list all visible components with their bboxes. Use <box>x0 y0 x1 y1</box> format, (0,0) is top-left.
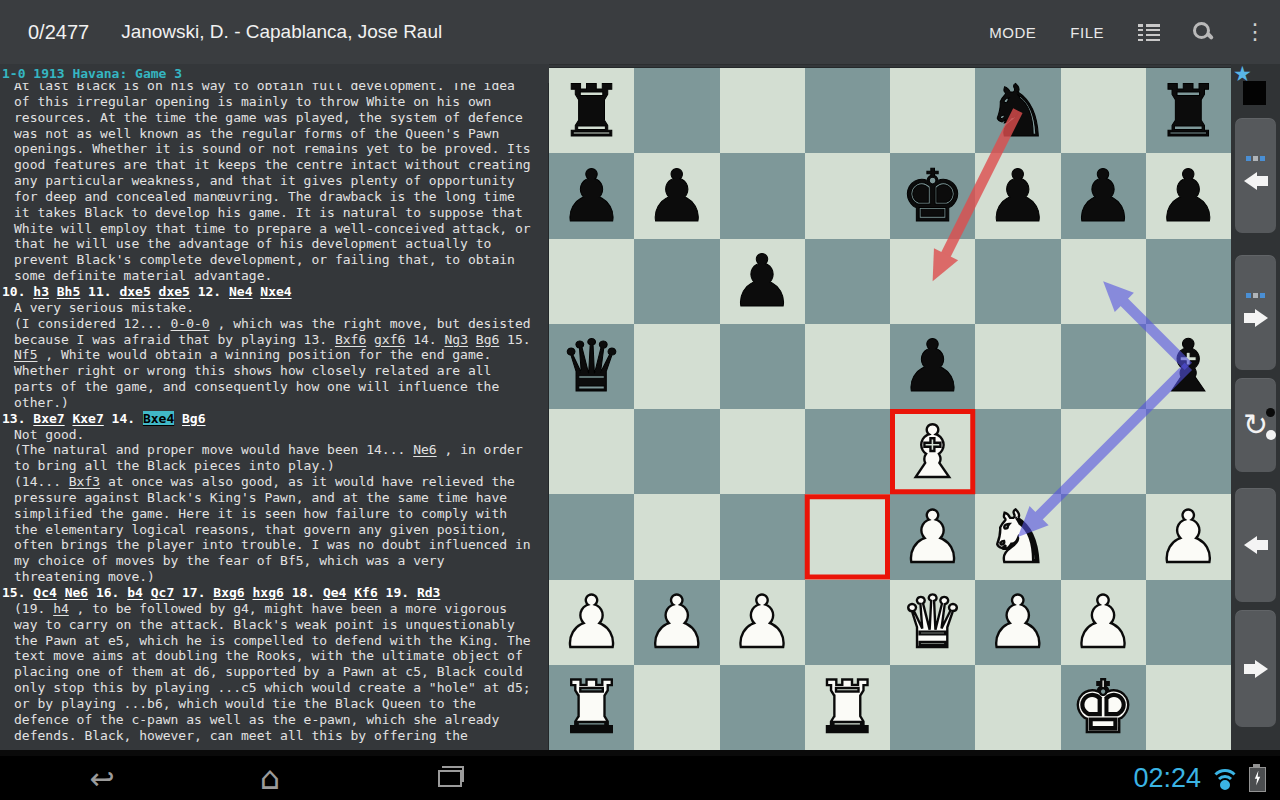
square-c4[interactable] <box>720 409 805 494</box>
text-segment: of this irregular opening is mainly to t… <box>14 94 491 109</box>
text-segment <box>174 411 182 426</box>
move-token[interactable]: Bxg6 <box>213 585 244 600</box>
square-c2[interactable]: ♟ <box>720 580 805 665</box>
black-pawn-a7[interactable]: ♟ <box>559 160 624 232</box>
text-segment: some definite material advantage. <box>14 268 272 283</box>
square-e2[interactable]: ♛ <box>890 580 975 665</box>
black-pawn-g7[interactable]: ♟ <box>1071 160 1136 232</box>
white-pawn-h3[interactable]: ♟ <box>1156 501 1221 573</box>
comment-line: my choice of moves by the fear of Bf5, w… <box>0 553 549 569</box>
square-b5[interactable] <box>634 324 719 409</box>
black-pawn-h7[interactable]: ♟ <box>1156 160 1221 232</box>
text-segment: was not as well known as the regular for… <box>14 126 499 141</box>
text-segment: 11. <box>80 284 119 299</box>
text-segment: resources. At the time the game was play… <box>14 110 523 125</box>
text-segment: (The natural and proper move would have … <box>14 442 413 457</box>
comment-line: threatening move.) <box>0 569 549 585</box>
game-header: 1-0 1913 Havana: Game 3 <box>0 64 549 83</box>
white-knight-f3[interactable]: ♞ <box>986 501 1051 573</box>
move-line[interactable]: 10. h3 Bh5 11. dxe5 dxe5 12. Ne4 Nxe4 <box>0 284 549 300</box>
move-token[interactable]: b4 <box>127 585 143 600</box>
move-token[interactable]: hxg6 <box>253 585 284 600</box>
text-segment: , White would obtain a winning position … <box>37 347 491 362</box>
move-token[interactable]: Nxe4 <box>260 284 291 299</box>
square-b6[interactable] <box>634 239 719 324</box>
prev-game-button[interactable] <box>1235 118 1276 233</box>
white-pawn-b2[interactable]: ♟ <box>645 586 710 658</box>
text-segment: good features are that it keeps the cent… <box>14 157 531 172</box>
square-d7[interactable] <box>805 153 890 238</box>
square-d6[interactable] <box>805 239 890 324</box>
square-c7[interactable] <box>720 153 805 238</box>
action-bar: 0/2477 Janowski, D. - Capablanca, Jose R… <box>0 0 1280 65</box>
text-segment: A very serious mistake. <box>14 300 194 315</box>
comment-line: to bring all the Black pieces into play.… <box>0 458 549 474</box>
comment-line: the elementary logical reasons, that gov… <box>0 522 549 538</box>
wifi-icon <box>1211 767 1239 789</box>
square-h6[interactable] <box>1146 239 1231 324</box>
system-nav-bar: ↩ ⌂ 02:24 <box>0 756 1280 800</box>
comment-line: Not good. <box>0 427 549 443</box>
square-h8[interactable]: ♜ <box>1146 68 1231 153</box>
comment-line: some definite material advantage. <box>0 268 549 284</box>
text-segment: or by playing ...b6, which would tie the… <box>14 696 476 711</box>
square-c1[interactable] <box>720 665 805 750</box>
arrow-left-icon <box>1244 172 1268 190</box>
flip-analysis-button[interactable]: ↻ <box>1235 378 1276 472</box>
square-g1[interactable]: ♚ <box>1061 665 1146 750</box>
text-segment: parts of the game, and consequently how … <box>14 379 499 394</box>
comment-line: other.) <box>0 395 549 411</box>
move-token[interactable]: Ne4 <box>229 284 252 299</box>
text-segment: 13. <box>2 411 33 426</box>
white-bishop-e4[interactable]: ♝ <box>900 416 965 488</box>
text-segment: openings. Whether it is sound or not rem… <box>14 141 531 156</box>
square-f2[interactable]: ♟ <box>975 580 1060 665</box>
text-segment: to bring all the Black pieces into play.… <box>14 458 335 473</box>
comment-line: defence of the c-pawn as well as the e-p… <box>0 712 549 728</box>
square-f5[interactable] <box>975 324 1060 409</box>
prev-move-button[interactable] <box>1235 488 1276 602</box>
square-b4[interactable] <box>634 409 719 494</box>
move-token[interactable]: Qc4 <box>33 585 56 600</box>
text-segment: , which was the right move, but desisted <box>210 316 531 331</box>
square-d4[interactable] <box>805 409 890 494</box>
move-token[interactable]: Kxe7 <box>72 411 103 426</box>
white-pawn-c2[interactable]: ♟ <box>730 586 795 658</box>
variation-squares-icon <box>1246 156 1265 161</box>
white-pawn-a2[interactable]: ♟ <box>559 586 624 658</box>
white-king-g1[interactable]: ♚ <box>1071 671 1136 743</box>
text-segment: (I considered 12... <box>14 316 171 331</box>
text-segment <box>151 284 159 299</box>
arrow-right-icon <box>1244 660 1268 678</box>
comment-line: because I was afraid that by playing 13.… <box>0 332 549 348</box>
black-pawn-f7[interactable]: ♟ <box>986 160 1051 232</box>
square-f4[interactable] <box>975 409 1060 494</box>
text-segment: 18. <box>284 585 323 600</box>
move-token[interactable]: gxf6 <box>374 332 405 347</box>
system-clock: 02:24 <box>1133 763 1201 794</box>
black-queen-a5[interactable]: ♛ <box>559 330 624 402</box>
square-f7[interactable]: ♟ <box>975 153 1060 238</box>
text-segment: 12. <box>190 284 229 299</box>
text-segment: prevent Black's complete development, or… <box>14 252 515 267</box>
move-token[interactable]: dxe5 <box>119 284 150 299</box>
mode-button[interactable]: MODE <box>989 24 1036 41</box>
comment-line: prevent Black's complete development, or… <box>0 252 549 268</box>
square-g2[interactable]: ♟ <box>1061 580 1146 665</box>
overflow-menu-icon[interactable]: ⋮ <box>1244 21 1266 43</box>
comment-line: simplified the game. Here it is seen how… <box>0 506 549 522</box>
comment-line: any particular weakness, and that it giv… <box>0 173 549 189</box>
game-counter: 0/2477 <box>28 21 89 44</box>
comment-line: the Pawn at e5, which he is compelled to… <box>0 633 549 649</box>
move-token[interactable]: h4 <box>53 601 69 616</box>
move-token[interactable]: 0-0-0 <box>171 316 210 331</box>
black-rook-h8[interactable]: ♜ <box>1156 75 1221 147</box>
current-move-token[interactable]: Bxe4 <box>143 411 174 426</box>
text-segment <box>143 585 151 600</box>
page-title: Janowski, D. - Capablanca, Jose Raul <box>121 21 989 43</box>
annotation-panel[interactable]: 1-0 1913 Havana: Game 3 At last Black is… <box>0 64 549 750</box>
square-b2[interactable]: ♟ <box>634 580 719 665</box>
text-segment: often brings the player into trouble. I … <box>14 537 531 552</box>
annotation-text: At last Black is on his way to obtain fu… <box>0 78 549 743</box>
square-b1[interactable] <box>634 665 719 750</box>
move-token[interactable]: Bxe7 <box>33 411 64 426</box>
comment-line: that he will use the advantage of his de… <box>0 236 549 252</box>
white-rook-a1[interactable]: ♜ <box>559 671 624 743</box>
text-segment: any particular weakness, and that it giv… <box>14 173 515 188</box>
move-token[interactable]: Rd3 <box>417 585 440 600</box>
black-square-marker <box>1243 81 1266 105</box>
move-token[interactable]: dxe5 <box>159 284 190 299</box>
square-a7[interactable]: ♟ <box>549 153 634 238</box>
square-a3[interactable] <box>549 494 634 579</box>
text-segment: Not good. <box>14 427 84 442</box>
text-segment: defends. Black, however, can meet all th… <box>14 728 468 743</box>
square-h5[interactable]: ♝ <box>1146 324 1231 409</box>
back-icon[interactable]: ↩ <box>72 756 132 800</box>
variation-squares-icon <box>1246 293 1265 298</box>
text-segment: way to carry on the attack. Black's weak… <box>14 617 515 632</box>
square-f6[interactable] <box>975 239 1060 324</box>
comment-line: openings. Whether it is sound or not rem… <box>0 141 549 157</box>
square-h7[interactable]: ♟ <box>1146 153 1231 238</box>
text-segment: 14. <box>104 411 143 426</box>
square-b3[interactable] <box>634 494 719 579</box>
square-h3[interactable]: ♟ <box>1146 494 1231 579</box>
black-pawn-c6[interactable]: ♟ <box>730 245 795 317</box>
comment-line: (The natural and proper move would have … <box>0 442 549 458</box>
text-segment: , in order <box>437 442 523 457</box>
sidebar: ★ ↻ <box>1231 64 1280 750</box>
text-segment: placing one of them at d6, supported by … <box>14 664 523 679</box>
black-pawn-e5[interactable]: ♟ <box>900 330 965 402</box>
square-b8[interactable] <box>634 68 719 153</box>
move-token[interactable]: Bg6 <box>182 411 205 426</box>
comment-line: good features are that it keeps the cent… <box>0 157 549 173</box>
square-f8[interactable]: ♞ <box>975 68 1060 153</box>
text-segment: White will employ that time to prepare a… <box>14 221 531 236</box>
white-queen-e2[interactable]: ♛ <box>900 586 965 658</box>
square-g8[interactable] <box>1061 68 1146 153</box>
black-king-e7[interactable]: ♚ <box>900 160 965 232</box>
arrow-left-icon <box>1244 536 1268 554</box>
text-segment: threatening move.) <box>14 569 155 584</box>
move-line[interactable]: 15. Qc4 Ne6 16. b4 Qc7 17. Bxg6 hxg6 18.… <box>0 585 549 601</box>
list-icon[interactable] <box>1138 24 1160 41</box>
comment-line: or by playing ...b6, which would tie the… <box>0 696 549 712</box>
square-e5[interactable]: ♟ <box>890 324 975 409</box>
recents-icon[interactable] <box>420 756 480 800</box>
black-knight-f8[interactable]: ♞ <box>986 75 1051 147</box>
text-segment: it takes Black to develop his game. It i… <box>14 205 523 220</box>
text-segment: 16. <box>88 585 127 600</box>
text-segment: for deep and concealed manœuvring. The d… <box>14 189 515 204</box>
text-segment: Whether right or wrong this shows how cl… <box>14 363 491 378</box>
square-c3[interactable] <box>720 494 805 579</box>
square-a6[interactable] <box>549 239 634 324</box>
comment-line: (I considered 12... 0-0-0 , which was th… <box>0 316 549 332</box>
text-segment: 15. <box>499 332 530 347</box>
comment-line: defends. Black, however, can meet all th… <box>0 728 549 744</box>
text-segment <box>468 332 476 347</box>
comment-line: placing one of them at d6, supported by … <box>0 664 549 680</box>
search-icon[interactable] <box>1192 21 1214 43</box>
black-rook-a8[interactable]: ♜ <box>559 75 624 147</box>
comment-line: A very serious mistake. <box>0 300 549 316</box>
text-segment: the elementary logical reasons, that gov… <box>14 522 507 537</box>
square-e7[interactable]: ♚ <box>890 153 975 238</box>
square-f1[interactable] <box>975 665 1060 750</box>
move-token[interactable]: Kf6 <box>354 585 377 600</box>
move-token[interactable]: Nf5 <box>14 347 37 362</box>
text-segment: because I was afraid that by playing 13. <box>14 332 335 347</box>
white-pawn-f2[interactable]: ♟ <box>986 586 1051 658</box>
text-segment <box>49 284 57 299</box>
move-token[interactable]: Bg6 <box>476 332 499 347</box>
square-b7[interactable]: ♟ <box>634 153 719 238</box>
square-a8[interactable]: ♜ <box>549 68 634 153</box>
text-segment: , to be followed by g4, might have been … <box>69 601 507 616</box>
move-token[interactable]: Qe4 <box>323 585 346 600</box>
square-f3[interactable]: ♞ <box>975 494 1060 579</box>
text-segment: pressure against Black's King's Pawn, an… <box>14 490 507 505</box>
battery-charging-icon <box>1249 767 1266 792</box>
text-segment: (19. <box>14 601 53 616</box>
move-token[interactable]: Qc7 <box>151 585 174 600</box>
comment-line: Nf5 , White would obtain a winning posit… <box>0 347 549 363</box>
square-g4[interactable] <box>1061 409 1146 494</box>
next-move-button[interactable] <box>1235 610 1276 727</box>
text-segment: (14... <box>14 474 69 489</box>
text-segment: other.) <box>14 395 69 410</box>
comment-line: resources. At the time the game was play… <box>0 110 549 126</box>
move-token[interactable]: h3 <box>33 284 49 299</box>
square-a5[interactable]: ♛ <box>549 324 634 409</box>
move-line[interactable]: 13. Bxe7 Kxe7 14. Bxe4 Bg6 <box>0 411 549 427</box>
square-e4[interactable]: ♝ <box>890 409 975 494</box>
app-screen: 0/2477 Janowski, D. - Capablanca, Jose R… <box>0 0 1280 800</box>
home-icon[interactable]: ⌂ <box>240 756 300 800</box>
square-g6[interactable] <box>1061 239 1146 324</box>
text-segment: 10. <box>2 284 33 299</box>
move-token[interactable]: Bxf6 <box>335 332 366 347</box>
square-d5[interactable] <box>805 324 890 409</box>
text-segment <box>57 585 65 600</box>
file-button[interactable]: FILE <box>1070 24 1104 41</box>
text-segment <box>245 585 253 600</box>
comment-line: parts of the game, and consequently how … <box>0 379 549 395</box>
move-token[interactable]: Bxf3 <box>69 474 100 489</box>
move-token[interactable]: Ne6 <box>413 442 436 457</box>
square-d8[interactable] <box>805 68 890 153</box>
square-a2[interactable]: ♟ <box>549 580 634 665</box>
comment-line: White will employ that time to prepare a… <box>0 221 549 237</box>
comment-line: of this irregular opening is mainly to t… <box>0 94 549 110</box>
square-h1[interactable] <box>1146 665 1231 750</box>
text-segment: at once was also good, as it would have … <box>100 474 515 489</box>
square-g5[interactable] <box>1061 324 1146 409</box>
white-rook-d1[interactable]: ♜ <box>815 671 880 743</box>
square-a4[interactable] <box>549 409 634 494</box>
text-segment: my choice of moves by the fear of Bf5, w… <box>14 553 444 568</box>
text-segment: 15. <box>2 585 33 600</box>
comment-line: text move aims at doubling the Rooks, wi… <box>0 648 549 664</box>
move-token[interactable]: Bh5 <box>57 284 80 299</box>
comment-line: Whether right or wrong this shows how cl… <box>0 363 549 379</box>
text-segment: defence of the c-pawn as well as the e-p… <box>14 712 499 727</box>
comment-line: often brings the player into trouble. I … <box>0 537 549 553</box>
square-a1[interactable]: ♜ <box>549 665 634 750</box>
text-segment: simplified the game. Here it is seen how… <box>14 506 507 521</box>
text-segment: 19. <box>378 585 417 600</box>
square-g7[interactable]: ♟ <box>1061 153 1146 238</box>
comment-line: way to carry on the attack. Black's weak… <box>0 617 549 633</box>
move-token[interactable]: Ng3 <box>445 332 468 347</box>
comment-line: (19. h4 , to be followed by g4, might ha… <box>0 601 549 617</box>
comment-line: pressure against Black's King's Pawn, an… <box>0 490 549 506</box>
black-bishop-h5[interactable]: ♝ <box>1156 330 1221 402</box>
square-e3[interactable]: ♟ <box>890 494 975 579</box>
black-pawn-b7[interactable]: ♟ <box>645 160 710 232</box>
move-token[interactable]: Ne6 <box>65 585 88 600</box>
square-e6[interactable] <box>890 239 975 324</box>
square-c8[interactable] <box>720 68 805 153</box>
white-pawn-g2[interactable]: ♟ <box>1071 586 1136 658</box>
square-h4[interactable] <box>1146 409 1231 494</box>
square-e1[interactable] <box>890 665 975 750</box>
comment-line: only stop this by playing ...c5 which wo… <box>0 680 549 696</box>
square-d3[interactable] <box>805 494 890 579</box>
next-game-button[interactable] <box>1235 255 1276 370</box>
text-segment: only stop this by playing ...c5 which wo… <box>14 680 531 695</box>
refresh-icon: ↻ <box>1243 410 1268 440</box>
square-c6[interactable]: ♟ <box>720 239 805 324</box>
square-c5[interactable] <box>720 324 805 409</box>
arrow-right-icon <box>1244 309 1268 327</box>
square-d2[interactable] <box>805 580 890 665</box>
square-h2[interactable] <box>1146 580 1231 665</box>
comment-line: (14... Bxf3 at once was also good, as it… <box>0 474 549 490</box>
text-segment <box>366 332 374 347</box>
white-pawn-e3[interactable]: ♟ <box>900 501 965 573</box>
square-e8[interactable] <box>890 68 975 153</box>
comment-line: for deep and concealed manœuvring. The d… <box>0 189 549 205</box>
chess-board[interactable]: ♜♞♜♟♟♚♟♟♟♟♛♟♝♝♟♞♟♟♟♟♛♟♟♜♜♚ <box>549 68 1231 750</box>
comment-line: was not as well known as the regular for… <box>0 126 549 142</box>
square-d1[interactable]: ♜ <box>805 665 890 750</box>
text-segment: 17. <box>174 585 213 600</box>
comment-line: it takes Black to develop his game. It i… <box>0 205 549 221</box>
text-segment: text move aims at doubling the Rooks, wi… <box>14 648 523 663</box>
text-segment: the Pawn at e5, which he is compelled to… <box>14 633 531 648</box>
text-segment: that he will use the advantage of his de… <box>14 236 491 251</box>
square-g3[interactable] <box>1061 494 1146 579</box>
text-segment: 14. <box>405 332 444 347</box>
